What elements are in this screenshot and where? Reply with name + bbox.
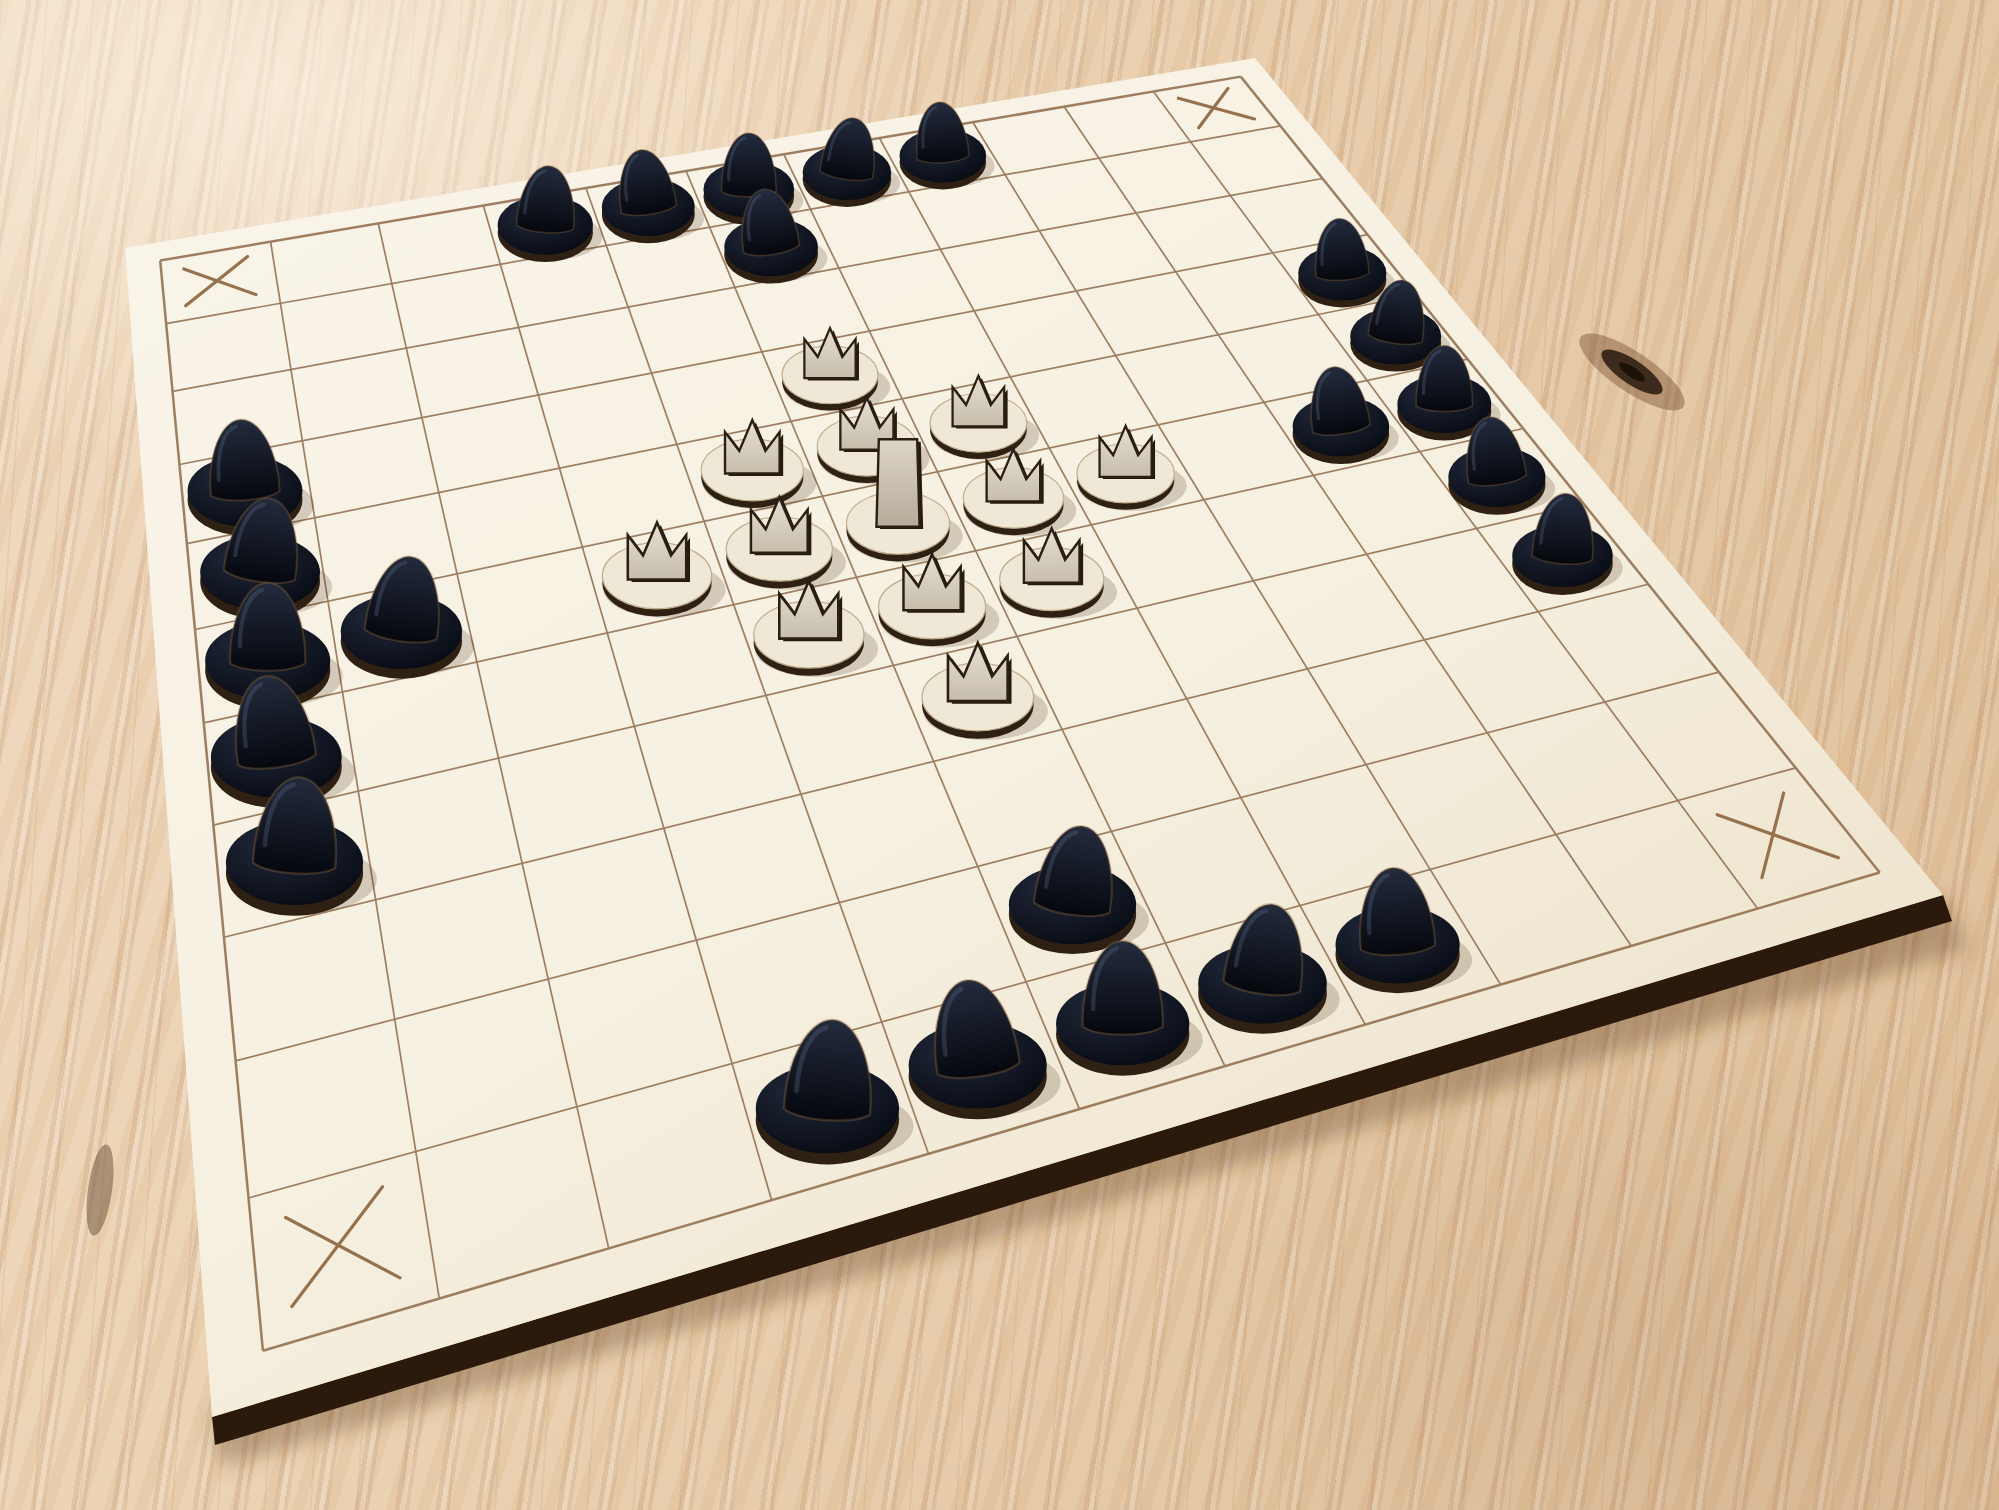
table-photo <box>0 0 1999 1510</box>
hnefatafl-board <box>0 0 1999 1510</box>
